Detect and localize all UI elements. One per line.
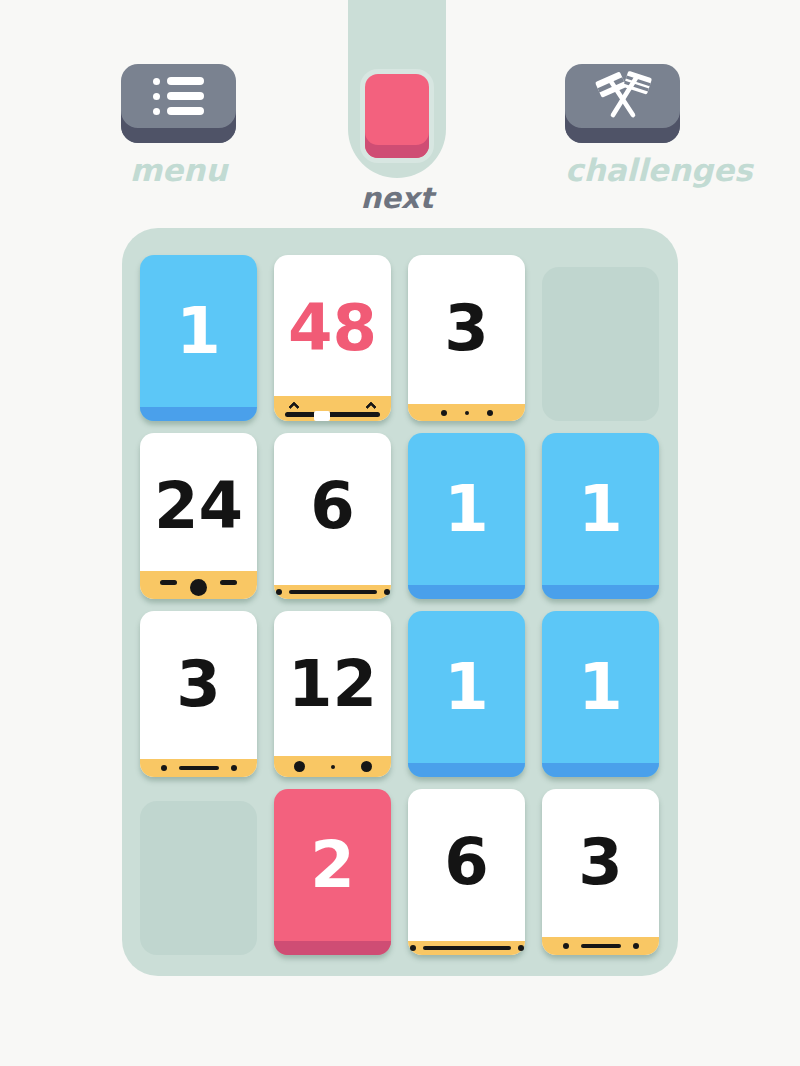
tile-1: 1: [140, 255, 257, 421]
menu-button-group: menu: [121, 64, 236, 188]
mouth-icon: [423, 946, 511, 950]
tile-number: 6: [408, 791, 525, 933]
tile-face-band: [274, 396, 391, 421]
tile-number: 3: [140, 613, 257, 755]
cell-r2c1: 24: [140, 433, 257, 599]
cell-r1c3: 3: [408, 255, 525, 421]
left-eye-icon: [276, 589, 282, 595]
left-eye-icon: [160, 580, 177, 585]
tile-face-band: [274, 756, 391, 777]
cell-r2c4: 1: [542, 433, 659, 599]
cell-r1c4: [542, 255, 659, 421]
tile-face-band: [140, 759, 257, 777]
cell-r3c2: 12: [274, 611, 391, 777]
tile-number: 1: [542, 435, 659, 583]
left-eye-caret-icon: [289, 401, 300, 412]
cell-r4c2: 2: [274, 789, 391, 955]
list-icon: [153, 77, 204, 115]
left-eye-icon: [441, 410, 447, 416]
tile-bottom-edge: [408, 585, 525, 599]
cell-r2c3: 1: [408, 433, 525, 599]
tile-number: 24: [140, 435, 257, 577]
tile-12: 12: [274, 611, 391, 777]
menu-button[interactable]: [121, 64, 236, 143]
face-eyes: [290, 401, 374, 410]
left-eye-icon: [161, 765, 167, 771]
tile-6: 6: [274, 433, 391, 599]
cell-r3c4: 1: [542, 611, 659, 777]
mouth-icon: [289, 590, 377, 594]
mouth-icon: [190, 579, 207, 596]
tile-number: 1: [408, 435, 525, 583]
menu-label: menu: [121, 152, 236, 188]
tile-number: 6: [274, 435, 391, 577]
tile-number: 2: [274, 791, 391, 939]
tile-face-band: [408, 941, 525, 955]
right-eye-icon: [231, 765, 237, 771]
mouth-icon: [331, 765, 335, 769]
right-eye-icon: [487, 410, 493, 416]
empty-slot: [542, 267, 659, 421]
tile-bottom-edge: [140, 407, 257, 421]
mouth-icon: [581, 944, 621, 948]
next-tile-preview: [365, 74, 429, 158]
tile-3: 3: [542, 789, 659, 955]
tile-bottom-edge: [274, 941, 391, 955]
challenges-button[interactable]: [565, 64, 680, 143]
right-eye-icon: [361, 761, 372, 772]
next-label: next: [348, 181, 446, 215]
tile-face-band: [140, 571, 257, 599]
tile-3: 3: [140, 611, 257, 777]
tile-number: 1: [140, 257, 257, 405]
cell-r3c1: 3: [140, 611, 257, 777]
next-tile-slot: [348, 0, 446, 178]
tile-bottom-edge: [542, 585, 659, 599]
left-eye-icon: [410, 945, 416, 951]
game-board[interactable]: 14832461131211263: [122, 228, 678, 976]
mouth-icon: [179, 766, 219, 770]
right-eye-icon: [518, 945, 524, 951]
tile-1: 1: [408, 611, 525, 777]
tile-2: 2: [274, 789, 391, 955]
mouth-icon: [285, 412, 381, 417]
tile-bottom-edge: [408, 763, 525, 777]
tile-face-band: [408, 404, 525, 421]
challenges-button-group: challenges: [565, 64, 680, 188]
tile-1: 1: [542, 433, 659, 599]
right-eye-caret-icon: [365, 401, 376, 412]
challenges-label: challenges: [565, 152, 680, 188]
right-eye-icon: [220, 580, 237, 585]
cell-r2c2: 6: [274, 433, 391, 599]
cell-r3c3: 1: [408, 611, 525, 777]
tile-number: 12: [274, 613, 391, 755]
left-eye-icon: [294, 761, 305, 772]
tile-number: 1: [542, 613, 659, 761]
tile-number: 48: [274, 257, 391, 399]
cell-r4c4: 3: [542, 789, 659, 955]
tile-number: 3: [542, 791, 659, 933]
mouth-icon: [465, 411, 469, 415]
cell-r1c2: 48: [274, 255, 391, 421]
tile-number: 3: [408, 257, 525, 399]
tile-number: 1: [408, 613, 525, 761]
crossed-flags-icon: [592, 70, 654, 123]
empty-slot: [140, 801, 257, 955]
tooth-icon: [314, 411, 330, 421]
tile-3: 3: [408, 255, 525, 421]
threes-game-screen: next menu: [0, 0, 800, 1066]
tile-face-band: [274, 585, 391, 599]
tile-1: 1: [542, 611, 659, 777]
tile-6: 6: [408, 789, 525, 955]
tile-48: 48: [274, 255, 391, 421]
tile-face-band: [542, 937, 659, 955]
right-eye-icon: [633, 943, 639, 949]
cell-r1c1: 1: [140, 255, 257, 421]
tile-1: 1: [408, 433, 525, 599]
tile-bottom-edge: [542, 763, 659, 777]
left-eye-icon: [563, 943, 569, 949]
right-eye-icon: [384, 589, 390, 595]
cell-r4c1: [140, 789, 257, 955]
tile-24: 24: [140, 433, 257, 599]
cell-r4c3: 6: [408, 789, 525, 955]
